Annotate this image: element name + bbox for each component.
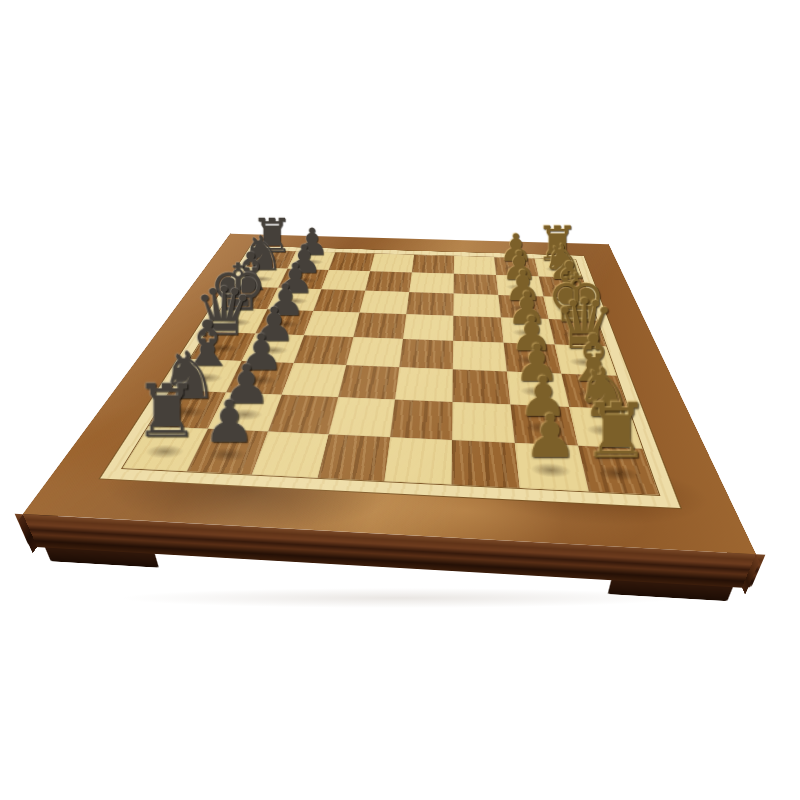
square-d4: [399, 339, 453, 369]
board-squares: ♜♟♟♜♞♟♟♞♝♟♟♝♚♟♟♚♛♟♟♛♝♟♟♝♞♟♟♞♜♟♟♜: [123, 250, 659, 495]
white-rook: ♜: [544, 393, 689, 469]
square-b5: [329, 397, 395, 437]
board-ground-shadow: [120, 588, 680, 608]
square-a4: [384, 437, 452, 484]
square-b4: [390, 400, 452, 440]
black-pawn: ♟: [159, 392, 299, 450]
chess-board: ♜♟♟♜♞♟♟♞♝♟♟♝♚♟♟♚♛♟♟♛♝♟♟♝♞♟♟♞♜♟♟♜: [23, 234, 756, 554]
square-h5: [370, 254, 414, 273]
square-e5: [353, 313, 406, 339]
square-a1: ♜: [578, 446, 658, 495]
square-f4: [406, 292, 453, 316]
board-foot-left: [45, 548, 159, 568]
square-e4: [403, 314, 453, 341]
square-d5: [346, 337, 403, 367]
square-h4: [412, 255, 454, 274]
maple-inlay: ♜♟♟♜♞♟♟♞♝♟♟♝♚♟♟♚♛♟♟♛♝♟♟♝♞♟♟♞♜♟♟♜: [98, 246, 682, 509]
square-c5: [338, 365, 399, 399]
product-photo: ♜♟♟♜♞♟♟♞♝♟♟♝♚♟♟♚♛♟♟♛♝♟♟♝♞♟♟♞♜♟♟♜: [0, 0, 800, 800]
square-a5: [318, 434, 390, 481]
board-frame: ♜♟♟♜♞♟♟♞♝♟♟♝♚♟♟♚♛♟♟♛♝♟♟♝♞♟♟♞♜♟♟♜: [23, 234, 756, 554]
square-g5: [365, 271, 412, 292]
square-g4: [409, 272, 454, 293]
square-c4: [395, 367, 453, 402]
board-scene: ♜♟♟♜♞♟♟♞♝♟♟♝♚♟♟♚♛♟♟♛♝♟♟♝♞♟♟♞♜♟♟♜: [153, 89, 653, 589]
square-f5: [360, 291, 410, 314]
